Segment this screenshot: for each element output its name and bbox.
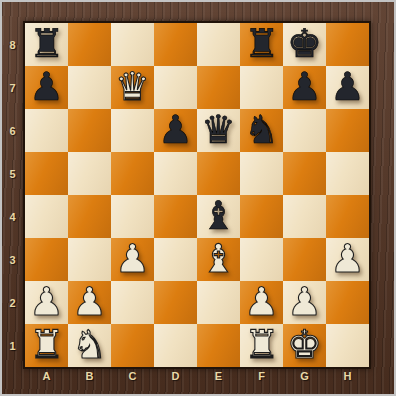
square-c6[interactable] (111, 109, 154, 152)
square-a5[interactable] (25, 152, 68, 195)
square-c1[interactable] (111, 324, 154, 367)
rank-label-2: 2 (2, 281, 23, 324)
square-f1[interactable]: ♜ (240, 324, 283, 367)
square-d4[interactable] (154, 195, 197, 238)
square-b2[interactable]: ♟ (68, 281, 111, 324)
square-g4[interactable] (283, 195, 326, 238)
square-d1[interactable] (154, 324, 197, 367)
piece-white-rook-f1[interactable]: ♜ (240, 324, 283, 367)
piece-white-pawn-c3[interactable]: ♟ (111, 238, 154, 281)
rank-label-4: 4 (2, 195, 23, 238)
square-e6[interactable]: ♛ (197, 109, 240, 152)
square-h6[interactable] (326, 109, 369, 152)
rank-label-6: 6 (2, 109, 23, 152)
square-b5[interactable] (68, 152, 111, 195)
piece-white-knight-b1[interactable]: ♞ (68, 324, 111, 367)
file-label-c: C (111, 367, 154, 394)
file-label-b: B (68, 367, 111, 394)
file-label-g: G (283, 367, 326, 394)
rank-label-5: 5 (2, 152, 23, 195)
square-g6[interactable] (283, 109, 326, 152)
square-g1[interactable]: ♚ (283, 324, 326, 367)
square-g8[interactable]: ♚ (283, 23, 326, 66)
piece-white-king-g1[interactable]: ♚ (283, 324, 326, 367)
square-g5[interactable] (283, 152, 326, 195)
file-label-f: F (240, 367, 283, 394)
piece-black-rook-f8[interactable]: ♜ (240, 23, 283, 66)
square-d8[interactable] (154, 23, 197, 66)
piece-black-pawn-h7[interactable]: ♟ (326, 66, 369, 109)
square-b8[interactable] (68, 23, 111, 66)
square-e7[interactable] (197, 66, 240, 109)
piece-white-pawn-b2[interactable]: ♟ (68, 281, 111, 324)
piece-black-rook-a8[interactable]: ♜ (25, 23, 68, 66)
square-e3[interactable]: ♝ (197, 238, 240, 281)
piece-black-bishop-e4[interactable]: ♝ (197, 195, 240, 238)
piece-white-pawn-g2[interactable]: ♟ (283, 281, 326, 324)
piece-black-pawn-a7[interactable]: ♟ (25, 66, 68, 109)
square-a4[interactable] (25, 195, 68, 238)
square-h2[interactable] (326, 281, 369, 324)
piece-white-queen-c7[interactable]: ♛ (111, 66, 154, 109)
file-labels: ABCDEFGH (25, 367, 369, 394)
rank-label-7: 7 (2, 66, 23, 109)
square-d5[interactable] (154, 152, 197, 195)
square-h5[interactable] (326, 152, 369, 195)
square-f7[interactable] (240, 66, 283, 109)
square-c5[interactable] (111, 152, 154, 195)
square-d7[interactable] (154, 66, 197, 109)
square-c8[interactable] (111, 23, 154, 66)
square-a8[interactable]: ♜ (25, 23, 68, 66)
square-f5[interactable] (240, 152, 283, 195)
square-a1[interactable]: ♜ (25, 324, 68, 367)
file-label-a: A (25, 367, 68, 394)
rank-label-3: 3 (2, 238, 23, 281)
file-label-e: E (197, 367, 240, 394)
square-d2[interactable] (154, 281, 197, 324)
square-b4[interactable] (68, 195, 111, 238)
square-f8[interactable]: ♜ (240, 23, 283, 66)
square-a7[interactable]: ♟ (25, 66, 68, 109)
square-e8[interactable] (197, 23, 240, 66)
rank-label-1: 1 (2, 324, 23, 367)
piece-black-knight-f6[interactable]: ♞ (240, 109, 283, 152)
piece-black-pawn-d6[interactable]: ♟ (154, 109, 197, 152)
square-f2[interactable]: ♟ (240, 281, 283, 324)
square-d3[interactable] (154, 238, 197, 281)
file-label-h: H (326, 367, 369, 394)
square-c7[interactable]: ♛ (111, 66, 154, 109)
square-h8[interactable] (326, 23, 369, 66)
square-g2[interactable]: ♟ (283, 281, 326, 324)
piece-white-pawn-h3[interactable]: ♟ (326, 238, 369, 281)
piece-black-queen-e6[interactable]: ♛ (197, 109, 240, 152)
square-c2[interactable] (111, 281, 154, 324)
piece-white-pawn-a2[interactable]: ♟ (25, 281, 68, 324)
square-a6[interactable] (25, 109, 68, 152)
square-g7[interactable]: ♟ (283, 66, 326, 109)
square-b6[interactable] (68, 109, 111, 152)
square-e1[interactable] (197, 324, 240, 367)
piece-white-pawn-f2[interactable]: ♟ (240, 281, 283, 324)
square-b1[interactable]: ♞ (68, 324, 111, 367)
file-label-d: D (154, 367, 197, 394)
square-h4[interactable] (326, 195, 369, 238)
piece-white-bishop-e3[interactable]: ♝ (197, 238, 240, 281)
square-f3[interactable] (240, 238, 283, 281)
square-h7[interactable]: ♟ (326, 66, 369, 109)
square-h1[interactable] (326, 324, 369, 367)
square-c3[interactable]: ♟ (111, 238, 154, 281)
square-f4[interactable] (240, 195, 283, 238)
board: ♜♜♚♟♛♟♟♟♛♞♝♟♝♟♟♟♟♟♜♞♜♚ (23, 21, 371, 369)
square-f6[interactable]: ♞ (240, 109, 283, 152)
square-h3[interactable]: ♟ (326, 238, 369, 281)
square-b7[interactable] (68, 66, 111, 109)
square-e4[interactable]: ♝ (197, 195, 240, 238)
square-g3[interactable] (283, 238, 326, 281)
square-a3[interactable] (25, 238, 68, 281)
piece-black-pawn-g7[interactable]: ♟ (283, 66, 326, 109)
square-a2[interactable]: ♟ (25, 281, 68, 324)
piece-black-king-g8[interactable]: ♚ (283, 23, 326, 66)
square-b3[interactable] (68, 238, 111, 281)
chessboard-window: 87654321 ♜♜♚♟♛♟♟♟♛♞♝♟♝♟♟♟♟♟♜♞♜♚ ABCDEFGH (0, 0, 396, 396)
square-d6[interactable]: ♟ (154, 109, 197, 152)
square-e5[interactable] (197, 152, 240, 195)
rank-label-8: 8 (2, 23, 23, 66)
square-c4[interactable] (111, 195, 154, 238)
square-e2[interactable] (197, 281, 240, 324)
rank-labels: 87654321 (2, 23, 23, 367)
piece-white-rook-a1[interactable]: ♜ (25, 324, 68, 367)
